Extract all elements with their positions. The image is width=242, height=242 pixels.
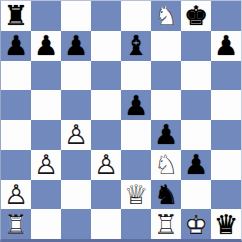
square-h8[interactable] <box>211 1 241 31</box>
square-c2[interactable] <box>61 180 91 210</box>
white-rook-piece[interactable]: ♜♖ <box>151 209 181 239</box>
square-a6[interactable] <box>1 61 31 91</box>
square-b5[interactable] <box>31 90 61 120</box>
square-d8[interactable] <box>91 1 121 31</box>
black-king-piece[interactable]: ♚ <box>181 1 211 31</box>
square-g2[interactable] <box>181 180 211 210</box>
square-d2[interactable] <box>91 180 121 210</box>
square-c6[interactable] <box>61 61 91 91</box>
white-knight-piece[interactable]: ♞♘ <box>151 150 181 180</box>
square-e7[interactable]: ♝ <box>121 31 151 61</box>
black-pawn-piece[interactable]: ♟ <box>61 31 91 61</box>
square-e5[interactable]: ♟ <box>121 90 151 120</box>
white-knight-piece[interactable]: ♞♘ <box>151 1 181 31</box>
square-c7[interactable]: ♟ <box>61 31 91 61</box>
white-pawn-piece[interactable]: ♟♙ <box>91 150 121 180</box>
square-f8[interactable]: ♞♘ <box>151 1 181 31</box>
square-f5[interactable] <box>151 90 181 120</box>
square-c4[interactable]: ♟♙ <box>61 120 91 150</box>
white-rook-piece[interactable]: ♜♖ <box>1 209 31 239</box>
square-f2[interactable]: ♞ <box>151 180 181 210</box>
square-b2[interactable] <box>31 180 61 210</box>
square-h7[interactable]: ♟ <box>211 31 241 61</box>
square-g1[interactable]: ♚♔ <box>181 209 211 239</box>
square-h4[interactable] <box>211 120 241 150</box>
square-f1[interactable]: ♜♖ <box>151 209 181 239</box>
square-b8[interactable] <box>31 1 61 31</box>
square-d5[interactable] <box>91 90 121 120</box>
square-f4[interactable]: ♟ <box>151 120 181 150</box>
black-knight-piece[interactable]: ♞ <box>151 180 181 210</box>
square-a8[interactable]: ♜ <box>1 1 31 31</box>
white-queen-piece[interactable]: ♛♕ <box>121 180 151 210</box>
chess-board: ♜♞♘♚♟♟♟♝♟♟♟♙♟♟♙♟♙♞♘♟♟♙♛♕♞♜♖♜♖♚♔♛ <box>0 0 242 242</box>
square-d7[interactable] <box>91 31 121 61</box>
black-pawn-piece[interactable]: ♟ <box>211 31 241 61</box>
square-d3[interactable]: ♟♙ <box>91 150 121 180</box>
square-c1[interactable] <box>61 209 91 239</box>
square-f3[interactable]: ♞♘ <box>151 150 181 180</box>
square-c5[interactable] <box>61 90 91 120</box>
square-c8[interactable] <box>61 1 91 31</box>
white-pawn-piece[interactable]: ♟♙ <box>1 180 31 210</box>
square-b4[interactable] <box>31 120 61 150</box>
square-a4[interactable] <box>1 120 31 150</box>
square-h2[interactable] <box>211 180 241 210</box>
black-bishop-piece[interactable]: ♝ <box>121 31 151 61</box>
square-g5[interactable] <box>181 90 211 120</box>
white-king-piece[interactable]: ♚♔ <box>181 209 211 239</box>
square-g8[interactable]: ♚ <box>181 1 211 31</box>
square-e8[interactable] <box>121 1 151 31</box>
black-rook-piece[interactable]: ♜ <box>1 1 31 31</box>
square-c3[interactable] <box>61 150 91 180</box>
square-h6[interactable] <box>211 61 241 91</box>
square-a1[interactable]: ♜♖ <box>1 209 31 239</box>
black-pawn-piece[interactable]: ♟ <box>31 31 61 61</box>
square-d1[interactable] <box>91 209 121 239</box>
square-h1[interactable]: ♛ <box>211 209 241 239</box>
square-a5[interactable] <box>1 90 31 120</box>
white-pawn-piece[interactable]: ♟♙ <box>61 120 91 150</box>
square-g6[interactable] <box>181 61 211 91</box>
square-g3[interactable]: ♟ <box>181 150 211 180</box>
square-g4[interactable] <box>181 120 211 150</box>
square-h5[interactable] <box>211 90 241 120</box>
square-b6[interactable] <box>31 61 61 91</box>
square-e6[interactable] <box>121 61 151 91</box>
black-pawn-piece[interactable]: ♟ <box>1 31 31 61</box>
white-pawn-piece[interactable]: ♟♙ <box>31 150 61 180</box>
square-e2[interactable]: ♛♕ <box>121 180 151 210</box>
square-e4[interactable] <box>121 120 151 150</box>
square-b3[interactable]: ♟♙ <box>31 150 61 180</box>
square-f6[interactable] <box>151 61 181 91</box>
square-b7[interactable]: ♟ <box>31 31 61 61</box>
square-g7[interactable] <box>181 31 211 61</box>
black-pawn-piece[interactable]: ♟ <box>151 120 181 150</box>
square-f7[interactable] <box>151 31 181 61</box>
square-h3[interactable] <box>211 150 241 180</box>
square-a7[interactable]: ♟ <box>1 31 31 61</box>
black-pawn-piece[interactable]: ♟ <box>181 150 211 180</box>
square-b1[interactable] <box>31 209 61 239</box>
square-a2[interactable]: ♟♙ <box>1 180 31 210</box>
black-queen-piece[interactable]: ♛ <box>211 209 241 239</box>
square-e3[interactable] <box>121 150 151 180</box>
square-d4[interactable] <box>91 120 121 150</box>
square-e1[interactable] <box>121 209 151 239</box>
black-pawn-piece[interactable]: ♟ <box>121 90 151 120</box>
square-d6[interactable] <box>91 61 121 91</box>
square-a3[interactable] <box>1 150 31 180</box>
